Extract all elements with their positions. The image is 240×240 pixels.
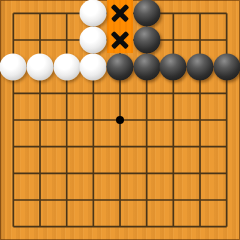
- black-stone: [187, 53, 214, 80]
- white-stone: [0, 53, 27, 80]
- black-stone: [133, 0, 160, 27]
- white-stone: [53, 53, 80, 80]
- x-mark-icon[interactable]: [109, 29, 131, 51]
- white-stone: [80, 0, 107, 27]
- black-stone: [133, 53, 160, 80]
- black-stone: [213, 53, 240, 80]
- black-stone: [133, 27, 160, 54]
- black-stone: [160, 53, 187, 80]
- white-stone: [27, 53, 54, 80]
- go-board[interactable]: [0, 0, 240, 240]
- x-mark-icon[interactable]: [109, 2, 131, 24]
- white-stone: [80, 27, 107, 54]
- black-stone: [107, 53, 134, 80]
- hoshi-point: [116, 116, 124, 124]
- white-stone: [80, 53, 107, 80]
